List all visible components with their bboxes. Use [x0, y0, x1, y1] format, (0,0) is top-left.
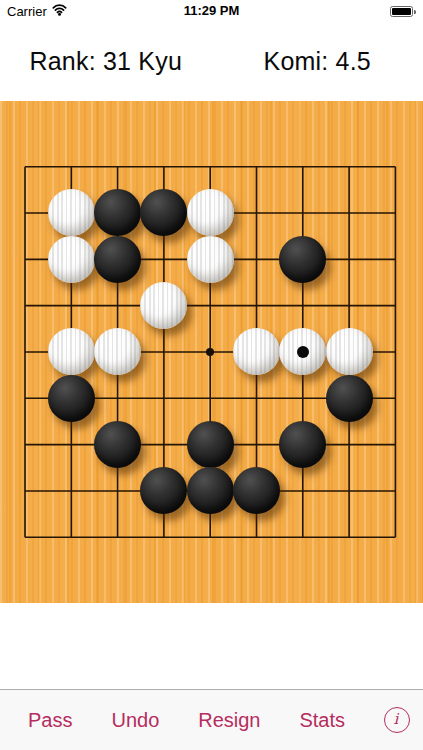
board-intersection[interactable] [326, 421, 372, 467]
board-intersection[interactable] [94, 190, 140, 236]
board-intersection[interactable] [372, 375, 418, 421]
undo-button[interactable]: Undo [111, 709, 159, 732]
board-intersection[interactable] [372, 468, 418, 514]
black-stone [233, 467, 280, 514]
board-intersection[interactable] [233, 144, 279, 190]
info-button[interactable]: i [384, 707, 410, 733]
board-intersection[interactable] [141, 421, 187, 467]
board-intersection[interactable] [48, 144, 94, 190]
board-intersection[interactable] [187, 236, 233, 282]
black-stone [140, 189, 187, 236]
board-intersection[interactable] [141, 375, 187, 421]
board-intersection[interactable] [141, 468, 187, 514]
white-stone [233, 328, 280, 375]
board-intersection[interactable] [372, 144, 418, 190]
go-board [0, 101, 423, 603]
resign-button[interactable]: Resign [198, 709, 260, 732]
board-intersection[interactable] [326, 375, 372, 421]
board-intersection[interactable] [187, 514, 233, 560]
board-intersection[interactable] [233, 282, 279, 328]
board-intersection[interactable] [2, 375, 48, 421]
board-intersection[interactable] [141, 282, 187, 328]
board-intersection[interactable] [372, 282, 418, 328]
board-intersection[interactable] [141, 144, 187, 190]
board-intersection[interactable] [233, 421, 279, 467]
black-stone [187, 467, 234, 514]
board-intersection[interactable] [94, 468, 140, 514]
board-intersection[interactable] [48, 190, 94, 236]
status-bar: Carrier 11:29 PM [0, 0, 423, 22]
board-intersection[interactable] [48, 421, 94, 467]
white-stone [140, 282, 187, 329]
board-intersection[interactable] [187, 375, 233, 421]
board-intersection[interactable] [280, 375, 326, 421]
board-intersection[interactable] [141, 190, 187, 236]
white-stone [187, 189, 234, 236]
board-intersection[interactable] [372, 329, 418, 375]
board-intersection[interactable] [326, 329, 372, 375]
status-time: 11:29 PM [0, 3, 423, 18]
stats-button[interactable]: Stats [299, 709, 345, 732]
black-stone [279, 236, 326, 283]
board-intersection[interactable] [94, 236, 140, 282]
board-intersection[interactable] [2, 421, 48, 467]
board-intersection[interactable] [187, 190, 233, 236]
board-intersection[interactable] [48, 375, 94, 421]
board-intersection[interactable] [280, 282, 326, 328]
board-intersection[interactable] [187, 468, 233, 514]
white-stone [48, 236, 95, 283]
black-stone [94, 189, 141, 236]
board-intersection[interactable] [326, 468, 372, 514]
komi-label: Komi: 4.5 [212, 22, 423, 101]
battery-icon [390, 6, 416, 17]
board-intersection[interactable] [233, 375, 279, 421]
white-stone [48, 189, 95, 236]
board-intersection[interactable] [326, 236, 372, 282]
black-stone [140, 467, 187, 514]
rank-label: Rank: 31 Kyu [0, 22, 212, 101]
board-intersection[interactable] [141, 236, 187, 282]
last-move-marker [297, 346, 309, 358]
board-intersection[interactable] [280, 190, 326, 236]
board-intersection[interactable] [280, 329, 326, 375]
board-intersection[interactable] [48, 468, 94, 514]
board-intersection[interactable] [233, 236, 279, 282]
board-intersection[interactable] [326, 514, 372, 560]
board-intersection[interactable] [94, 421, 140, 467]
board-intersection[interactable] [94, 144, 140, 190]
board-intersection[interactable] [2, 282, 48, 328]
board-intersection[interactable] [372, 190, 418, 236]
board-intersection[interactable] [2, 468, 48, 514]
board-intersection[interactable] [233, 514, 279, 560]
board-intersection[interactable] [141, 514, 187, 560]
board-intersection[interactable] [2, 144, 48, 190]
black-stone [48, 375, 95, 422]
board-intersection[interactable] [326, 144, 372, 190]
board-intersection[interactable] [280, 421, 326, 467]
black-stone [326, 375, 373, 422]
toolbar: PassUndoResignStatsi [0, 689, 423, 750]
board-intersection[interactable] [280, 514, 326, 560]
board-intersection[interactable] [280, 468, 326, 514]
board-intersection[interactable] [233, 329, 279, 375]
star-point-marker [206, 348, 214, 356]
board-intersection[interactable] [2, 236, 48, 282]
board-intersection[interactable] [187, 329, 233, 375]
pass-button[interactable]: Pass [28, 709, 72, 732]
board-intersection[interactable] [233, 468, 279, 514]
board-intersection[interactable] [48, 236, 94, 282]
board-intersection[interactable] [48, 514, 94, 560]
white-stone [48, 328, 95, 375]
board-intersection[interactable] [2, 514, 48, 560]
app-screen: Carrier 11:29 PM Rank: 31 Kyu Komi: 4.5 [0, 0, 423, 750]
board-intersection[interactable] [187, 144, 233, 190]
board-intersection[interactable] [372, 236, 418, 282]
board-intersection[interactable] [94, 282, 140, 328]
game-header: Rank: 31 Kyu Komi: 4.5 [0, 22, 423, 101]
board-intersection[interactable] [2, 329, 48, 375]
black-stone [279, 421, 326, 468]
board-intersection[interactable] [326, 282, 372, 328]
board-intersection[interactable] [48, 329, 94, 375]
board-intersection[interactable] [233, 190, 279, 236]
board-intersection[interactable] [187, 421, 233, 467]
white-stone [326, 328, 373, 375]
black-stone [187, 421, 234, 468]
white-stone [94, 328, 141, 375]
board-intersection[interactable] [94, 375, 140, 421]
white-stone [279, 328, 326, 375]
board-intersection[interactable] [94, 514, 140, 560]
board-intersection[interactable] [94, 329, 140, 375]
board-intersection[interactable] [2, 190, 48, 236]
white-stone [187, 236, 234, 283]
board-intersection[interactable] [280, 144, 326, 190]
board-intersection[interactable] [48, 282, 94, 328]
goban-grid [2, 144, 419, 561]
black-stone [94, 236, 141, 283]
board-intersection[interactable] [372, 421, 418, 467]
board-intersection[interactable] [280, 236, 326, 282]
board-intersection[interactable] [141, 329, 187, 375]
board-intersection[interactable] [326, 190, 372, 236]
board-intersection[interactable] [372, 514, 418, 560]
black-stone [94, 421, 141, 468]
board-intersection[interactable] [187, 282, 233, 328]
